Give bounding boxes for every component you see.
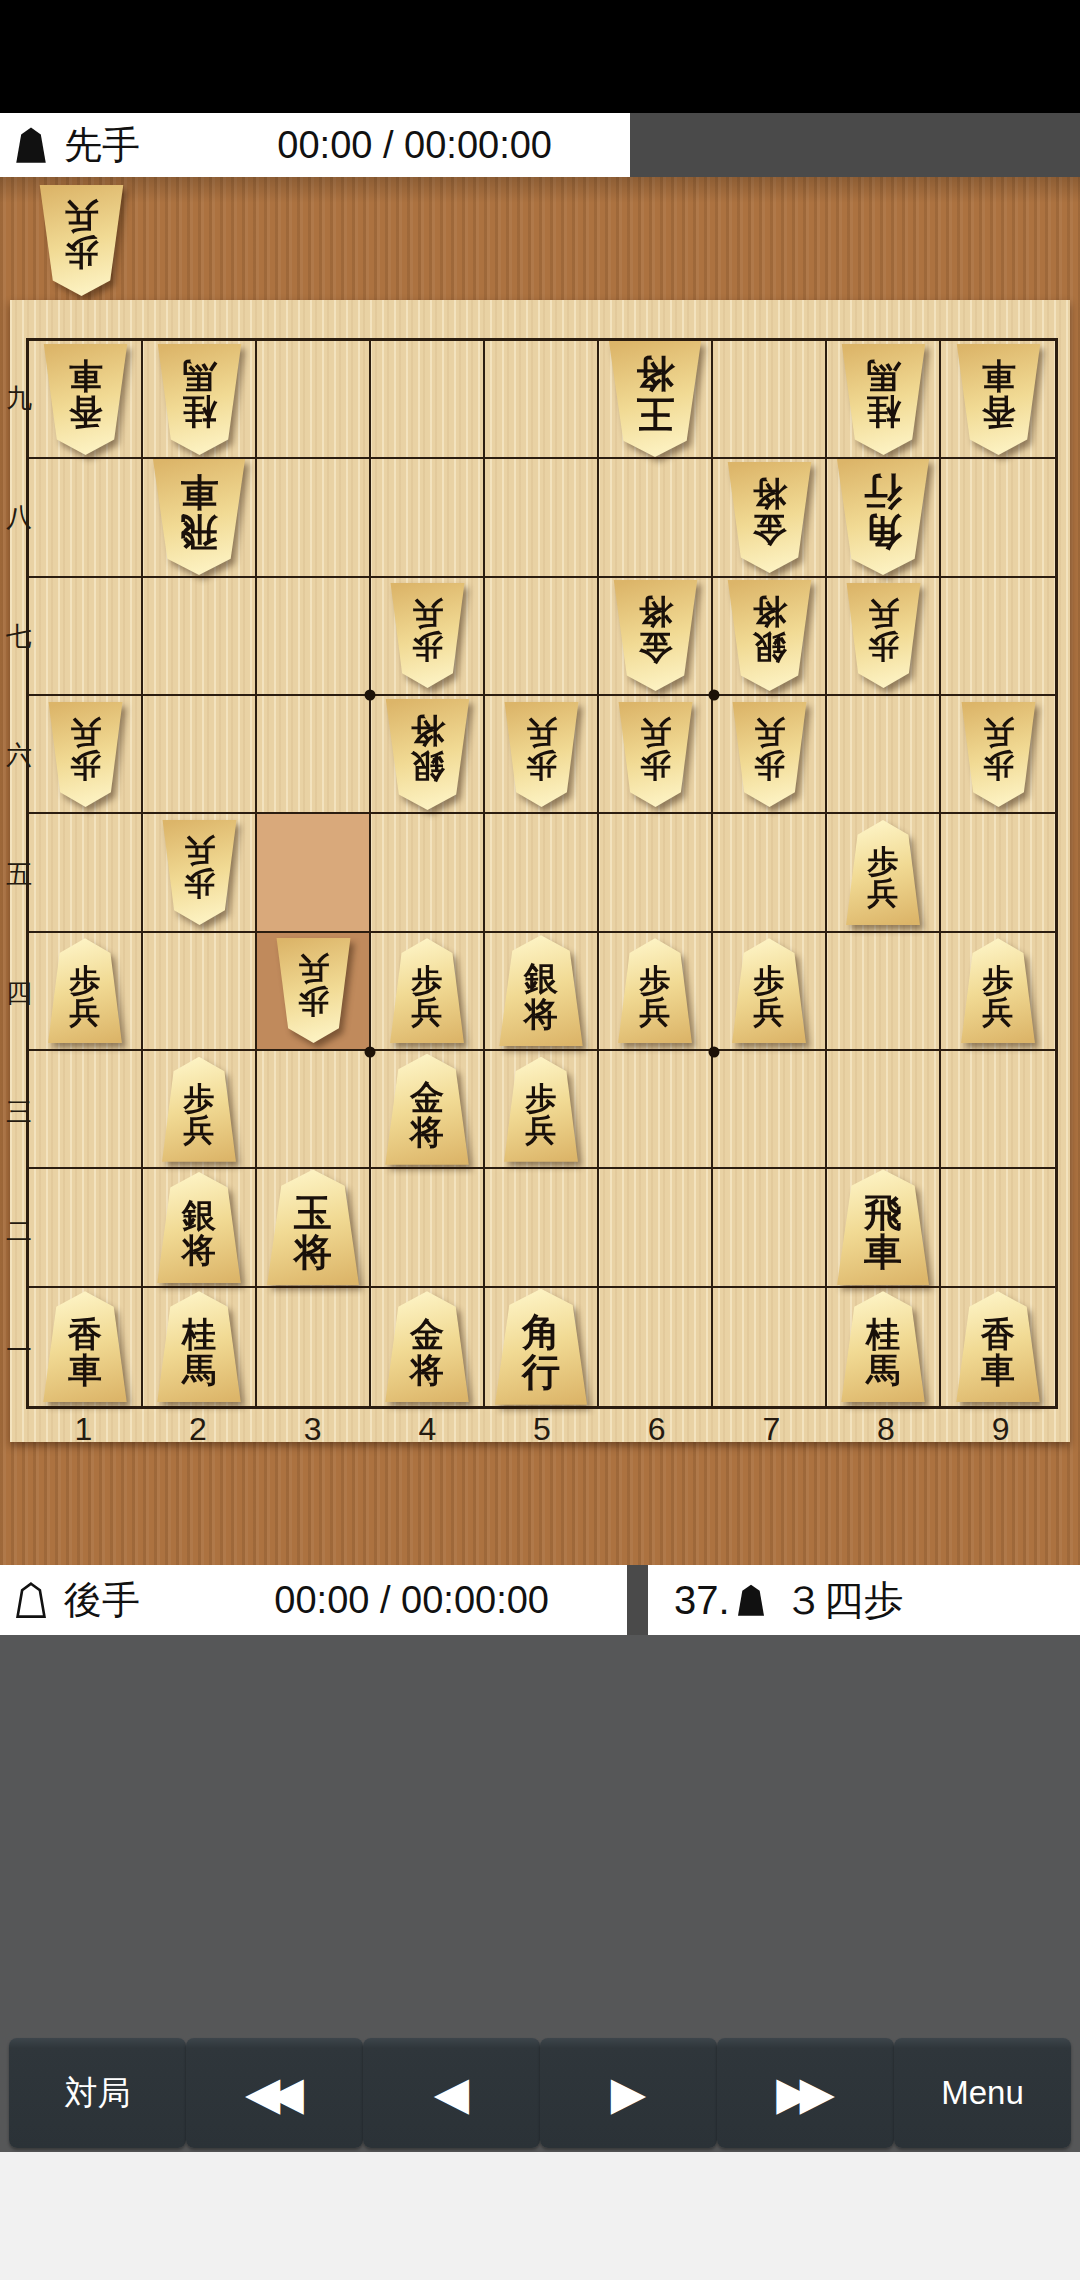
board-square[interactable] (371, 1169, 485, 1287)
piece-kanji: 金 (410, 1317, 444, 1352)
shogi-piece[interactable]: 桂馬 (840, 344, 927, 455)
star-point (709, 690, 720, 701)
piece-kanji: 飛 (180, 511, 218, 551)
piece-kanji: 歩 (65, 235, 99, 270)
board-square[interactable] (713, 341, 827, 459)
piece-kanji: 銀 (182, 1198, 216, 1233)
shogi-piece[interactable]: 歩兵 (845, 820, 922, 925)
board-square[interactable] (485, 814, 599, 932)
board-square[interactable] (485, 341, 599, 459)
rank-label: 八 (6, 504, 28, 530)
board-square[interactable]: 香車 (29, 1288, 143, 1406)
piece-kanji: 歩 (526, 1083, 557, 1115)
board-square[interactable] (941, 578, 1055, 696)
piece-kanji: 歩 (640, 965, 671, 997)
piece-kanji: 兵 (412, 598, 443, 630)
app-screen: 先手 00:00 / 00:00:00 歩兵 香車桂馬王将桂馬香車飛車金将角行歩… (0, 0, 1080, 2280)
sente-time: 00:00 / 00:00:00 (277, 124, 552, 167)
piece-kanji: 兵 (526, 1115, 557, 1147)
shogi-piece[interactable]: 香車 (955, 1291, 1042, 1402)
board-square[interactable]: 歩兵 (827, 578, 941, 696)
board-square[interactable] (29, 459, 143, 577)
shogi-piece[interactable]: 金将 (612, 580, 699, 691)
board-square[interactable]: 桂馬 (143, 1288, 257, 1406)
piece-kanji: 歩 (754, 965, 785, 997)
file-label: 2 (176, 1413, 220, 1445)
board-square[interactable]: 角行 (827, 459, 941, 577)
piece-kanji: 歩 (868, 630, 899, 662)
piece-kanji: 車 (68, 1353, 102, 1388)
board-square[interactable] (827, 933, 941, 1051)
piece-kanji: 歩 (526, 748, 557, 780)
board-square[interactable]: 飛車 (827, 1169, 941, 1287)
file-label: 1 (61, 1413, 105, 1445)
board-square[interactable] (941, 814, 1055, 932)
piece-kanji: 桂 (866, 1317, 900, 1352)
board-square[interactable] (29, 1051, 143, 1169)
shogi-piece[interactable]: 銀将 (384, 699, 471, 810)
shogi-piece[interactable]: 歩兵 (503, 1057, 580, 1162)
board-square[interactable]: 銀将 (371, 696, 485, 814)
board-square[interactable]: 歩兵 (485, 1051, 599, 1169)
piece-kanji: 馬 (182, 1353, 216, 1388)
board-square[interactable]: 桂馬 (827, 1288, 941, 1406)
shogi-piece[interactable]: 飛車 (835, 1169, 931, 1285)
piece-kanji: 車 (180, 472, 218, 512)
board-square[interactable]: 飛車 (143, 459, 257, 577)
board-square[interactable] (29, 578, 143, 696)
piece-kanji: 兵 (983, 716, 1014, 748)
board-square[interactable] (143, 578, 257, 696)
step-forward-button[interactable]: ▶ (540, 2038, 717, 2148)
star-point (365, 690, 376, 701)
shogi-piece[interactable]: 桂馬 (156, 344, 243, 455)
file-label: 5 (520, 1413, 564, 1445)
piece-kanji: 歩 (184, 1083, 215, 1115)
piece-kanji: 桂 (182, 1317, 216, 1352)
board-square[interactable] (257, 341, 371, 459)
piece-kanji: 歩 (983, 965, 1014, 997)
rank-label: 二 (6, 1218, 28, 1244)
shogi-piece[interactable]: 歩兵 (389, 938, 466, 1043)
piece-kanji: 兵 (184, 834, 215, 866)
board-square[interactable]: 香車 (941, 1288, 1055, 1406)
board-square[interactable]: 歩兵 (599, 933, 713, 1051)
shogi-piece[interactable]: 歩兵 (960, 938, 1037, 1043)
board-square[interactable] (941, 1051, 1055, 1169)
board-square[interactable]: 歩兵 (257, 933, 371, 1051)
board-square[interactable]: 歩兵 (599, 696, 713, 814)
piece-kanji: 歩 (868, 846, 899, 878)
shogi-piece[interactable]: 桂馬 (840, 1291, 927, 1402)
board-square[interactable] (257, 459, 371, 577)
shogi-piece[interactable]: 香車 (955, 344, 1042, 455)
piece-kanji: 兵 (184, 1115, 215, 1147)
piece-kanji: 兵 (298, 953, 329, 985)
shogi-piece[interactable]: 金将 (384, 1054, 471, 1165)
shogi-piece[interactable]: 歩兵 (161, 820, 238, 925)
shogi-piece[interactable]: 金将 (726, 462, 813, 573)
sente-piece-icon (14, 125, 48, 165)
board-square[interactable] (257, 1051, 371, 1169)
board-square[interactable]: 歩兵 (941, 933, 1055, 1051)
piece-kanji: 将 (182, 1233, 216, 1268)
board-square[interactable]: 銀将 (713, 578, 827, 696)
piece-kanji: 歩 (298, 985, 329, 1017)
board-square[interactable] (485, 1169, 599, 1287)
shogi-piece[interactable]: 歩兵 (845, 583, 922, 688)
piece-kanji: 香 (68, 1317, 102, 1352)
piece-kanji: 金 (752, 511, 786, 546)
board-square[interactable] (143, 933, 257, 1051)
board-square[interactable]: 銀将 (143, 1169, 257, 1287)
shogi-piece[interactable]: 金将 (384, 1291, 471, 1402)
shogi-piece[interactable]: 歩兵 (617, 702, 694, 807)
board-square[interactable] (257, 696, 371, 814)
board-square[interactable] (485, 578, 599, 696)
piece-kanji: 兵 (70, 716, 101, 748)
piece-kanji: 将 (524, 997, 558, 1032)
piece-kanji: 車 (68, 358, 102, 393)
piece-kanji: 兵 (640, 716, 671, 748)
shogi-piece[interactable]: 歩兵 (47, 938, 124, 1043)
piece-kanji: 歩 (412, 630, 443, 662)
shogi-piece[interactable]: 香車 (42, 1291, 129, 1402)
piece-kanji: 銀 (752, 630, 786, 665)
piece-kanji: 桂 (866, 393, 900, 428)
piece-kanji: 将 (636, 354, 674, 394)
shogi-piece[interactable]: 銀将 (156, 1172, 243, 1283)
shogi-piece[interactable]: 飛車 (151, 459, 247, 575)
board-square[interactable]: 銀将 (485, 933, 599, 1051)
piece-kanji: 玉 (294, 1194, 332, 1234)
board-square[interactable] (827, 1051, 941, 1169)
shogi-piece[interactable]: 銀将 (498, 935, 585, 1046)
rank-label: 三 (6, 1099, 28, 1125)
board-square[interactable]: 香車 (941, 341, 1055, 459)
board-square[interactable]: 歩兵 (29, 696, 143, 814)
board-square[interactable]: 金将 (599, 578, 713, 696)
file-label: 9 (979, 1413, 1023, 1445)
board-square[interactable] (257, 578, 371, 696)
shogi-board: 香車桂馬王将桂馬香車飛車金将角行歩兵金将銀将歩兵歩兵銀将歩兵歩兵歩兵歩兵歩兵歩兵… (10, 300, 1070, 1442)
shogi-piece[interactable]: 歩兵 (389, 583, 466, 688)
piece-kanji: 将 (752, 476, 786, 511)
piece-kanji: 兵 (70, 997, 101, 1029)
board-square[interactable] (257, 1288, 371, 1406)
shogi-piece[interactable]: 角行 (835, 459, 931, 575)
gote-piece-icon (14, 1580, 48, 1620)
bottom-strip (0, 2152, 1080, 2280)
star-point (709, 1047, 720, 1058)
piece-kanji: 金 (410, 1080, 444, 1115)
bottom-bar-row: 後手 00:00 / 00:00:00 37. ３四歩 (0, 1565, 1080, 1635)
piece-kanji: 香 (981, 1317, 1015, 1352)
board-square[interactable]: 金将 (371, 1288, 485, 1406)
fast-rewind-button[interactable]: ◀◀ (186, 2038, 363, 2148)
board-square[interactable] (29, 814, 143, 932)
piece-kanji: 馬 (866, 358, 900, 393)
shogi-piece[interactable]: 角行 (493, 1289, 589, 1405)
game-button[interactable]: 対局 (9, 2038, 186, 2148)
piece-kanji: 歩 (184, 866, 215, 898)
shogi-piece[interactable]: 歩兵 (161, 1057, 238, 1162)
move-indicator: 37. ３四歩 (648, 1565, 1080, 1635)
piece-kanji: 車 (981, 1353, 1015, 1388)
board-square[interactable]: 金将 (371, 1051, 485, 1169)
board-square[interactable]: 歩兵 (485, 696, 599, 814)
fast-forward-button[interactable]: ▶▶ (717, 2038, 894, 2148)
board-square[interactable] (29, 1169, 143, 1287)
piece-kanji: 将 (752, 594, 786, 629)
board-square[interactable] (599, 814, 713, 932)
piece-kanji: 馬 (866, 1353, 900, 1388)
shogi-piece[interactable]: 玉将 (265, 1169, 361, 1285)
board-square[interactable] (371, 341, 485, 459)
board-square[interactable] (713, 1169, 827, 1287)
shogi-piece[interactable]: 歩兵 (275, 938, 352, 1043)
board-frame: 歩兵 香車桂馬王将桂馬香車飛車金将角行歩兵金将銀将歩兵歩兵銀将歩兵歩兵歩兵歩兵歩… (0, 177, 1080, 1565)
shogi-piece[interactable]: 歩兵 (731, 938, 808, 1043)
shogi-piece[interactable]: 王将 (607, 341, 703, 457)
piece-kanji: 歩 (412, 965, 443, 997)
board-square[interactable]: 金将 (713, 459, 827, 577)
piece-kanji: 兵 (526, 716, 557, 748)
piece-kanji: 銀 (524, 961, 558, 996)
board-square[interactable] (599, 1051, 713, 1169)
piece-kanji: 行 (864, 472, 902, 512)
shogi-piece[interactable]: 歩兵 (617, 938, 694, 1043)
board-square[interactable]: 歩兵 (371, 578, 485, 696)
piece-kanji: 兵 (640, 997, 671, 1029)
piece-kanji: 将 (410, 713, 444, 748)
rank-label: 七 (6, 623, 28, 649)
board-square[interactable] (599, 459, 713, 577)
piece-kanji: 兵 (754, 716, 785, 748)
board-square[interactable] (713, 814, 827, 932)
rank-label: 一 (6, 1337, 28, 1363)
piece-kanji: 歩 (70, 748, 101, 780)
rank-label: 五 (6, 861, 28, 887)
board-square[interactable]: 桂馬 (827, 341, 941, 459)
board-square[interactable]: 歩兵 (827, 814, 941, 932)
piece-kanji: 将 (410, 1353, 444, 1388)
board-square[interactable] (599, 1169, 713, 1287)
board-square[interactable] (257, 814, 371, 932)
piece-kanji: 将 (294, 1233, 332, 1273)
file-label: 3 (291, 1413, 335, 1445)
shogi-piece[interactable]: 桂馬 (156, 1291, 243, 1402)
board-square[interactable] (941, 1169, 1055, 1287)
piece-kanji: 馬 (182, 358, 216, 393)
piece-kanji: 兵 (65, 199, 99, 234)
bar-gap (627, 1565, 648, 1635)
shogi-piece[interactable]: 香車 (42, 344, 129, 455)
board-square[interactable]: 歩兵 (29, 933, 143, 1051)
control-buttons: 対局◀◀◀▶▶▶Menu (0, 2038, 1080, 2148)
status-bar (0, 0, 1080, 113)
board-square[interactable] (713, 1051, 827, 1169)
piece-kanji: 歩 (754, 748, 785, 780)
rank-label: 四 (6, 980, 28, 1006)
board-square[interactable]: 歩兵 (143, 1051, 257, 1169)
hand-piece[interactable]: 歩兵 (38, 185, 125, 296)
step-back-button[interactable]: ◀ (363, 2038, 540, 2148)
star-point (365, 1047, 376, 1058)
file-label: 6 (635, 1413, 679, 1445)
board-square[interactable]: 桂馬 (143, 341, 257, 459)
file-label: 4 (405, 1413, 449, 1445)
piece-kanji: 歩 (983, 748, 1014, 780)
gote-label: 後手 (64, 1575, 140, 1626)
board-square[interactable]: 歩兵 (713, 696, 827, 814)
shogi-piece[interactable]: 歩兵 (47, 702, 124, 807)
board-square[interactable] (485, 459, 599, 577)
piece-kanji: 歩 (70, 965, 101, 997)
piece-kanji: 歩 (640, 748, 671, 780)
board-square[interactable]: 角行 (485, 1288, 599, 1406)
shogi-piece[interactable]: 歩兵 (960, 702, 1037, 807)
board-square[interactable] (143, 696, 257, 814)
shogi-piece[interactable]: 歩兵 (503, 702, 580, 807)
shogi-piece[interactable]: 銀将 (726, 580, 813, 691)
piece-kanji: 兵 (983, 997, 1014, 1029)
move-text: ３四歩 (784, 1573, 904, 1628)
piece-kanji: 将 (638, 594, 672, 629)
board-square[interactable]: 歩兵 (143, 814, 257, 932)
board-square[interactable] (371, 459, 485, 577)
sente-clock-row: 先手 00:00 / 00:00:00 (0, 113, 1080, 177)
move-side-icon (736, 1582, 766, 1618)
file-label: 7 (749, 1413, 793, 1445)
board-grid: 香車桂馬王将桂馬香車飛車金将角行歩兵金将銀将歩兵歩兵銀将歩兵歩兵歩兵歩兵歩兵歩兵… (26, 338, 1058, 1409)
board-square[interactable]: 玉将 (257, 1169, 371, 1287)
file-label: 8 (864, 1413, 908, 1445)
piece-kanji: 銀 (410, 748, 444, 783)
piece-kanji: 車 (864, 1233, 902, 1273)
move-number: 37. (674, 1578, 730, 1623)
piece-kanji: 兵 (754, 997, 785, 1029)
piece-kanji: 将 (410, 1115, 444, 1150)
board-square[interactable]: 歩兵 (941, 696, 1055, 814)
gote-time: 00:00 / 00:00:00 (274, 1579, 549, 1622)
board-square[interactable]: 王将 (599, 341, 713, 459)
piece-kanji: 兵 (868, 878, 899, 910)
piece-kanji: 金 (638, 630, 672, 665)
piece-kanji: 飛 (864, 1194, 902, 1234)
rank-label: 六 (6, 742, 28, 768)
rank-label: 九 (6, 385, 28, 411)
piece-kanji: 香 (68, 393, 102, 428)
piece-kanji: 王 (636, 393, 674, 433)
board-square[interactable] (599, 1288, 713, 1406)
shogi-piece[interactable]: 歩兵 (731, 702, 808, 807)
board-square[interactable] (713, 1288, 827, 1406)
board-square[interactable] (941, 459, 1055, 577)
piece-kanji: 行 (522, 1353, 560, 1393)
board-square[interactable]: 歩兵 (713, 933, 827, 1051)
board-square[interactable]: 香車 (29, 341, 143, 459)
menu-button[interactable]: Menu (894, 2038, 1071, 2148)
piece-kanji: 桂 (182, 393, 216, 428)
board-square[interactable] (827, 696, 941, 814)
gote-clock-bar: 後手 00:00 / 00:00:00 (0, 1565, 627, 1635)
piece-kanji: 車 (981, 358, 1015, 393)
board-square[interactable] (371, 814, 485, 932)
piece-kanji: 兵 (412, 997, 443, 1029)
board-square[interactable]: 歩兵 (371, 933, 485, 1051)
piece-kanji: 角 (864, 511, 902, 551)
piece-kanji: 兵 (868, 598, 899, 630)
piece-kanji: 角 (522, 1313, 560, 1353)
bottom-panel: 対局◀◀◀▶▶▶Menu (0, 1635, 1080, 2152)
piece-kanji: 香 (981, 393, 1015, 428)
sente-label: 先手 (64, 120, 140, 171)
sente-clock-bar: 先手 00:00 / 00:00:00 (0, 113, 630, 177)
